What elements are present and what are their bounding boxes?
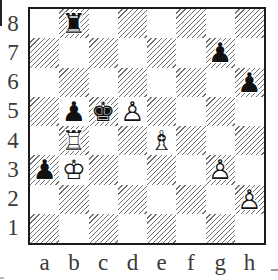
black-pawn-silhouette: ♟ bbox=[235, 68, 264, 97]
square-h3 bbox=[235, 155, 264, 184]
crop-artifact-bottom-left bbox=[0, 277, 4, 279]
white-bishop-silhouette: ♝ bbox=[147, 126, 176, 155]
square-b4: ♜♖ bbox=[59, 126, 88, 155]
square-d4 bbox=[118, 126, 147, 155]
square-b7 bbox=[59, 38, 88, 67]
black-pawn-silhouette: ♟ bbox=[206, 38, 235, 67]
square-h6: ♟♟ bbox=[235, 68, 264, 97]
square-d6 bbox=[118, 68, 147, 97]
square-c8 bbox=[89, 9, 118, 38]
square-a4 bbox=[30, 126, 59, 155]
crop-artifact-bottom-right bbox=[271, 269, 278, 271]
square-h5 bbox=[235, 97, 264, 126]
square-d8 bbox=[118, 9, 147, 38]
square-h8 bbox=[235, 9, 264, 38]
square-b8: ♜♜ bbox=[59, 9, 88, 38]
square-a5 bbox=[30, 97, 59, 126]
square-f3 bbox=[176, 155, 205, 184]
file-label-d: d bbox=[118, 247, 147, 274]
file-label-f: f bbox=[176, 247, 205, 274]
white-king-silhouette: ♚ bbox=[59, 155, 88, 184]
square-a7 bbox=[30, 38, 59, 67]
square-g2 bbox=[206, 185, 235, 214]
square-g8 bbox=[206, 9, 235, 38]
square-d7 bbox=[118, 38, 147, 67]
white-pawn-silhouette: ♟ bbox=[235, 185, 264, 214]
square-h7 bbox=[235, 38, 264, 67]
square-e8 bbox=[147, 9, 176, 38]
square-h4 bbox=[235, 126, 264, 155]
chess-diagram: 87654321 ♜♜♟♟♟♟♟♟♚♚♟♙♜♖♝♗♟♟♚♔♟♙♟♙ abcdef… bbox=[0, 0, 278, 280]
black-pawn-piece: ♟ bbox=[235, 68, 264, 97]
file-label-a: a bbox=[30, 247, 59, 274]
square-g6 bbox=[206, 68, 235, 97]
black-king-silhouette: ♚ bbox=[89, 97, 118, 126]
white-pawn-piece: ♙ bbox=[206, 155, 235, 184]
square-c1 bbox=[89, 214, 118, 243]
square-g4 bbox=[206, 126, 235, 155]
square-f7 bbox=[176, 38, 205, 67]
square-d1 bbox=[118, 214, 147, 243]
square-h2: ♟♙ bbox=[235, 185, 264, 214]
square-c3 bbox=[89, 155, 118, 184]
rank-label-4: 4 bbox=[0, 126, 26, 155]
square-d3 bbox=[118, 155, 147, 184]
square-b2 bbox=[59, 185, 88, 214]
square-f8 bbox=[176, 9, 205, 38]
square-c6 bbox=[89, 68, 118, 97]
square-g1 bbox=[206, 214, 235, 243]
black-pawn-piece: ♟ bbox=[206, 38, 235, 67]
white-bishop-piece: ♗ bbox=[147, 126, 176, 155]
file-label-h: h bbox=[235, 247, 264, 274]
white-rook-piece: ♖ bbox=[59, 126, 88, 155]
square-e7 bbox=[147, 38, 176, 67]
rank-label-5: 5 bbox=[0, 97, 26, 126]
square-d5: ♟♙ bbox=[118, 97, 147, 126]
square-c5: ♚♚ bbox=[89, 97, 118, 126]
rank-label-3: 3 bbox=[0, 155, 26, 184]
black-rook-piece: ♜ bbox=[59, 9, 88, 38]
square-g7: ♟♟ bbox=[206, 38, 235, 67]
square-e6 bbox=[147, 68, 176, 97]
rank-label-8: 8 bbox=[0, 9, 26, 38]
square-b1 bbox=[59, 214, 88, 243]
square-b3: ♚♔ bbox=[59, 155, 88, 184]
square-g5 bbox=[206, 97, 235, 126]
square-e3 bbox=[147, 155, 176, 184]
crop-artifact-top-left bbox=[0, 0, 2, 26]
square-d2 bbox=[118, 185, 147, 214]
square-f5 bbox=[176, 97, 205, 126]
square-f6 bbox=[176, 68, 205, 97]
black-king-piece: ♚ bbox=[89, 97, 118, 126]
rank-label-2: 2 bbox=[0, 185, 26, 214]
rank-label-6: 6 bbox=[0, 68, 26, 97]
square-f2 bbox=[176, 185, 205, 214]
file-label-g: g bbox=[206, 247, 235, 274]
square-b6 bbox=[59, 68, 88, 97]
square-c2 bbox=[89, 185, 118, 214]
white-rook-silhouette: ♜ bbox=[59, 126, 88, 155]
file-label-c: c bbox=[89, 247, 118, 274]
file-label-e: e bbox=[147, 247, 176, 274]
black-pawn-piece: ♟ bbox=[30, 155, 59, 184]
white-pawn-silhouette: ♟ bbox=[206, 155, 235, 184]
black-pawn-silhouette: ♟ bbox=[30, 155, 59, 184]
square-e2 bbox=[147, 185, 176, 214]
square-a1 bbox=[30, 214, 59, 243]
file-label-b: b bbox=[59, 247, 88, 274]
square-c7 bbox=[89, 38, 118, 67]
square-f4 bbox=[176, 126, 205, 155]
square-g3: ♟♙ bbox=[206, 155, 235, 184]
chess-board: ♜♜♟♟♟♟♟♟♚♚♟♙♜♖♝♗♟♟♚♔♟♙♟♙ bbox=[28, 7, 266, 245]
white-pawn-piece: ♙ bbox=[235, 185, 264, 214]
square-e4: ♝♗ bbox=[147, 126, 176, 155]
square-h1 bbox=[235, 214, 264, 243]
square-c4 bbox=[89, 126, 118, 155]
square-e5 bbox=[147, 97, 176, 126]
rank-label-1: 1 bbox=[0, 214, 26, 243]
square-a6 bbox=[30, 68, 59, 97]
white-pawn-piece: ♙ bbox=[118, 97, 147, 126]
white-pawn-silhouette: ♟ bbox=[118, 97, 147, 126]
rank-labels: 87654321 bbox=[0, 9, 26, 243]
square-e1 bbox=[147, 214, 176, 243]
black-pawn-piece: ♟ bbox=[59, 97, 88, 126]
square-a2 bbox=[30, 185, 59, 214]
square-a3: ♟♟ bbox=[30, 155, 59, 184]
square-f1 bbox=[176, 214, 205, 243]
white-king-piece: ♔ bbox=[59, 155, 88, 184]
square-b5: ♟♟ bbox=[59, 97, 88, 126]
black-pawn-silhouette: ♟ bbox=[59, 97, 88, 126]
square-a8 bbox=[30, 9, 59, 38]
black-rook-silhouette: ♜ bbox=[59, 9, 88, 38]
file-labels: abcdefgh bbox=[30, 247, 264, 274]
rank-label-7: 7 bbox=[0, 38, 26, 67]
